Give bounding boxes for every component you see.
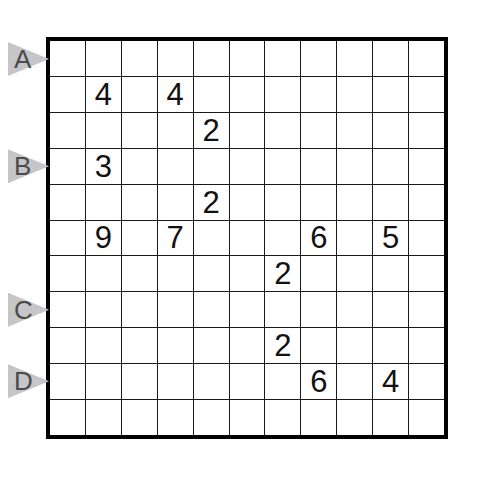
clue-cell-r6c4: 7 bbox=[158, 221, 193, 256]
clue-cell-r3c5: 2 bbox=[194, 113, 229, 148]
clue-cell-r2c4: 4 bbox=[158, 77, 193, 112]
cell-r7c6[interactable] bbox=[230, 256, 265, 291]
cell-r3c1[interactable] bbox=[50, 113, 85, 148]
cell-r7c11[interactable] bbox=[409, 256, 444, 291]
clue-cell-r9c7: 2 bbox=[265, 328, 300, 363]
clue-cell-r2c2: 4 bbox=[86, 77, 121, 112]
clue-cell-r5c5: 2 bbox=[194, 185, 229, 220]
clue-cell-r10c8: 6 bbox=[301, 364, 336, 399]
cell-r1c11[interactable] bbox=[409, 41, 444, 76]
clue-cell-r6c10: 5 bbox=[373, 221, 408, 256]
cell-r9c10[interactable] bbox=[373, 328, 408, 363]
cell-r11c11[interactable] bbox=[409, 400, 444, 435]
cell-r8c2[interactable] bbox=[86, 292, 121, 327]
cell-r8c4[interactable] bbox=[158, 292, 193, 327]
cell-r5c2[interactable] bbox=[86, 185, 121, 220]
cell-r4c8[interactable] bbox=[301, 149, 336, 184]
cell-r7c1[interactable] bbox=[50, 256, 85, 291]
cell-r5c11[interactable] bbox=[409, 185, 444, 220]
cell-r5c10[interactable] bbox=[373, 185, 408, 220]
cell-r1c2[interactable] bbox=[86, 41, 121, 76]
cell-r1c3[interactable] bbox=[122, 41, 157, 76]
cell-r2c10[interactable] bbox=[373, 77, 408, 112]
cell-r5c1[interactable] bbox=[50, 185, 85, 220]
puzzle-grid: 4423297652264 bbox=[46, 37, 448, 439]
cell-r3c8[interactable] bbox=[301, 113, 336, 148]
cell-r6c5[interactable] bbox=[194, 221, 229, 256]
cell-r7c5[interactable] bbox=[194, 256, 229, 291]
cell-r4c10[interactable] bbox=[373, 149, 408, 184]
cell-r5c7[interactable] bbox=[265, 185, 300, 220]
cell-r2c5[interactable] bbox=[194, 77, 229, 112]
cell-r7c3[interactable] bbox=[122, 256, 157, 291]
cell-r5c3[interactable] bbox=[122, 185, 157, 220]
marker-letter: C bbox=[14, 297, 33, 323]
cell-r2c9[interactable] bbox=[337, 77, 372, 112]
cell-r8c11[interactable] bbox=[409, 292, 444, 327]
cell-r11c7[interactable] bbox=[265, 400, 300, 435]
cell-r4c6[interactable] bbox=[230, 149, 265, 184]
cell-r2c6[interactable] bbox=[230, 77, 265, 112]
cell-r9c9[interactable] bbox=[337, 328, 372, 363]
marker-letter: B bbox=[14, 153, 31, 179]
clue-cell-r10c10: 4 bbox=[373, 364, 408, 399]
cell-r6c7[interactable] bbox=[265, 221, 300, 256]
cell-r6c3[interactable] bbox=[122, 221, 157, 256]
cell-r8c5[interactable] bbox=[194, 292, 229, 327]
cell-r4c7[interactable] bbox=[265, 149, 300, 184]
cell-r10c11[interactable] bbox=[409, 364, 444, 399]
marker-letter: A bbox=[14, 46, 31, 72]
cell-r9c1[interactable] bbox=[50, 328, 85, 363]
cell-r4c11[interactable] bbox=[409, 149, 444, 184]
cell-r11c10[interactable] bbox=[373, 400, 408, 435]
clue-cell-r4c2: 3 bbox=[86, 149, 121, 184]
cell-r9c4[interactable] bbox=[158, 328, 193, 363]
cell-r10c7[interactable] bbox=[265, 364, 300, 399]
cell-r7c8[interactable] bbox=[301, 256, 336, 291]
cell-r5c8[interactable] bbox=[301, 185, 336, 220]
cell-r11c9[interactable] bbox=[337, 400, 372, 435]
cell-r11c1[interactable] bbox=[50, 400, 85, 435]
cell-r10c1[interactable] bbox=[50, 364, 85, 399]
cell-r1c4[interactable] bbox=[158, 41, 193, 76]
cell-r9c11[interactable] bbox=[409, 328, 444, 363]
cell-r3c2[interactable] bbox=[86, 113, 121, 148]
cell-r10c4[interactable] bbox=[158, 364, 193, 399]
puzzle-screenshot: 4423297652264 ABCD bbox=[0, 0, 493, 481]
cell-r7c10[interactable] bbox=[373, 256, 408, 291]
cell-r11c5[interactable] bbox=[194, 400, 229, 435]
marker-letter: D bbox=[14, 368, 33, 394]
cell-r8c8[interactable] bbox=[301, 292, 336, 327]
row-marker-d: D bbox=[8, 364, 49, 398]
clue-cell-r6c8: 6 bbox=[301, 221, 336, 256]
cell-r2c7[interactable] bbox=[265, 77, 300, 112]
cell-r9c6[interactable] bbox=[230, 328, 265, 363]
cell-r4c3[interactable] bbox=[122, 149, 157, 184]
cell-r4c9[interactable] bbox=[337, 149, 372, 184]
clue-cell-r6c2: 9 bbox=[86, 221, 121, 256]
cell-r6c11[interactable] bbox=[409, 221, 444, 256]
cell-r3c11[interactable] bbox=[409, 113, 444, 148]
cell-r6c1[interactable] bbox=[50, 221, 85, 256]
cell-r9c5[interactable] bbox=[194, 328, 229, 363]
cell-r11c4[interactable] bbox=[158, 400, 193, 435]
cell-r3c3[interactable] bbox=[122, 113, 157, 148]
row-marker-c: C bbox=[8, 293, 49, 327]
row-marker-a: A bbox=[8, 42, 49, 76]
row-marker-b: B bbox=[8, 149, 49, 183]
cell-r8c1[interactable] bbox=[50, 292, 85, 327]
cell-r11c6[interactable] bbox=[230, 400, 265, 435]
cell-r5c9[interactable] bbox=[337, 185, 372, 220]
clue-cell-r7c7: 2 bbox=[265, 256, 300, 291]
cell-r9c8[interactable] bbox=[301, 328, 336, 363]
cell-r10c2[interactable] bbox=[86, 364, 121, 399]
cell-r4c4[interactable] bbox=[158, 149, 193, 184]
cell-r2c1[interactable] bbox=[50, 77, 85, 112]
cell-r5c6[interactable] bbox=[230, 185, 265, 220]
cell-r1c5[interactable] bbox=[194, 41, 229, 76]
cell-r2c3[interactable] bbox=[122, 77, 157, 112]
cell-r8c10[interactable] bbox=[373, 292, 408, 327]
cell-r4c1[interactable] bbox=[50, 149, 85, 184]
cell-r2c8[interactable] bbox=[301, 77, 336, 112]
cell-r7c9[interactable] bbox=[337, 256, 372, 291]
cell-r1c9[interactable] bbox=[337, 41, 372, 76]
cell-r11c2[interactable] bbox=[86, 400, 121, 435]
cell-r10c5[interactable] bbox=[194, 364, 229, 399]
cell-r5c4[interactable] bbox=[158, 185, 193, 220]
cell-r6c6[interactable] bbox=[230, 221, 265, 256]
cell-r2c11[interactable] bbox=[409, 77, 444, 112]
cell-r3c6[interactable] bbox=[230, 113, 265, 148]
cell-r11c8[interactable] bbox=[301, 400, 336, 435]
cell-r3c9[interactable] bbox=[337, 113, 372, 148]
cell-r8c9[interactable] bbox=[337, 292, 372, 327]
cell-r10c3[interactable] bbox=[122, 364, 157, 399]
cell-r1c6[interactable] bbox=[230, 41, 265, 76]
cell-r4c5[interactable] bbox=[194, 149, 229, 184]
cell-r8c7[interactable] bbox=[265, 292, 300, 327]
cell-r3c10[interactable] bbox=[373, 113, 408, 148]
cell-r1c10[interactable] bbox=[373, 41, 408, 76]
cell-r1c7[interactable] bbox=[265, 41, 300, 76]
cell-r10c6[interactable] bbox=[230, 364, 265, 399]
cell-r9c3[interactable] bbox=[122, 328, 157, 363]
cell-r8c6[interactable] bbox=[230, 292, 265, 327]
cell-r3c7[interactable] bbox=[265, 113, 300, 148]
cell-r9c2[interactable] bbox=[86, 328, 121, 363]
cell-r3c4[interactable] bbox=[158, 113, 193, 148]
cell-r11c3[interactable] bbox=[122, 400, 157, 435]
cell-r7c4[interactable] bbox=[158, 256, 193, 291]
cell-r6c9[interactable] bbox=[337, 221, 372, 256]
cell-r7c2[interactable] bbox=[86, 256, 121, 291]
cell-r8c3[interactable] bbox=[122, 292, 157, 327]
cell-r1c1[interactable] bbox=[50, 41, 85, 76]
cell-r10c9[interactable] bbox=[337, 364, 372, 399]
cell-r1c8[interactable] bbox=[301, 41, 336, 76]
